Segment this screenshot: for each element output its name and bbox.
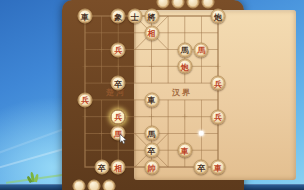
black-piece-車[interactable]: 車 bbox=[144, 92, 159, 107]
red-piece-相[interactable]: 相 bbox=[144, 25, 159, 40]
black-piece-卒[interactable]: 卒 bbox=[94, 160, 109, 175]
captured-piece-bottom bbox=[88, 179, 101, 190]
black-piece-馬[interactable]: 馬 bbox=[144, 126, 159, 141]
move-hint-dot bbox=[199, 131, 204, 136]
red-piece-兵[interactable]: 兵 bbox=[211, 109, 226, 124]
red-piece-兵[interactable]: 兵 bbox=[111, 42, 126, 57]
red-piece-馬[interactable]: 馬 bbox=[111, 126, 126, 141]
red-piece-炮[interactable]: 炮 bbox=[177, 59, 192, 74]
red-piece-兵[interactable]: 兵 bbox=[211, 76, 226, 91]
red-piece-兵[interactable]: 兵 bbox=[78, 92, 93, 107]
red-piece-帥[interactable]: 帥 bbox=[144, 160, 159, 175]
red-piece-車[interactable]: 車 bbox=[211, 160, 226, 175]
captured-piece-bottom bbox=[103, 179, 116, 190]
red-piece-相[interactable]: 相 bbox=[111, 160, 126, 175]
black-piece-卒[interactable]: 卒 bbox=[111, 76, 126, 91]
black-piece-卒[interactable]: 卒 bbox=[194, 160, 209, 175]
wallpaper-light-streak bbox=[0, 128, 66, 157]
red-piece-兵[interactable]: 兵 bbox=[111, 109, 126, 124]
captured-piece-bottom bbox=[73, 179, 86, 190]
black-piece-卒[interactable]: 卒 bbox=[144, 143, 159, 158]
black-piece-士[interactable]: 士 bbox=[127, 9, 142, 24]
black-piece-馬[interactable]: 馬 bbox=[177, 42, 192, 57]
red-piece-馬[interactable]: 馬 bbox=[194, 42, 209, 57]
black-piece-將[interactable]: 將 bbox=[144, 9, 159, 24]
black-piece-象[interactable]: 象 bbox=[111, 9, 126, 24]
river-label-right: 汉界 bbox=[172, 87, 192, 98]
black-piece-炮[interactable]: 炮 bbox=[211, 9, 226, 24]
red-piece-車[interactable]: 車 bbox=[177, 143, 192, 158]
black-piece-車[interactable]: 車 bbox=[78, 9, 93, 24]
